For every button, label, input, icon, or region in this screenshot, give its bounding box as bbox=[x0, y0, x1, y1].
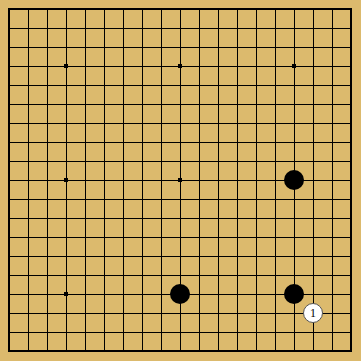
star-point bbox=[64, 292, 68, 296]
grid-line-vertical bbox=[275, 8, 276, 352]
star-point bbox=[64, 64, 68, 68]
black-stone-Q10 bbox=[284, 170, 304, 190]
grid-line-horizontal bbox=[8, 218, 352, 219]
grid-line-horizontal bbox=[8, 237, 352, 238]
star-point bbox=[64, 178, 68, 182]
grid-line-vertical bbox=[313, 8, 314, 352]
grid-line-vertical bbox=[199, 8, 200, 352]
black-stone-K4 bbox=[170, 284, 190, 304]
grid-line-horizontal bbox=[8, 199, 352, 200]
grid-line-vertical bbox=[218, 8, 219, 352]
white-stone-R3: 1 bbox=[303, 303, 323, 323]
grid-line-vertical bbox=[332, 8, 333, 352]
star-point bbox=[292, 64, 296, 68]
star-point bbox=[178, 64, 182, 68]
grid-line-vertical bbox=[350, 8, 352, 352]
black-stone-Q4 bbox=[284, 284, 304, 304]
grid-line-horizontal bbox=[8, 350, 352, 352]
grid-line-horizontal bbox=[8, 256, 352, 257]
grid-line-horizontal bbox=[8, 332, 352, 333]
grid-line-vertical bbox=[256, 8, 257, 352]
grid-line-horizontal bbox=[8, 275, 352, 276]
go-board[interactable]: 1 bbox=[0, 0, 361, 361]
stone-move-number: 1 bbox=[310, 307, 316, 319]
star-point bbox=[178, 178, 182, 182]
grid-line-horizontal bbox=[8, 313, 352, 314]
grid-line-vertical bbox=[237, 8, 238, 352]
